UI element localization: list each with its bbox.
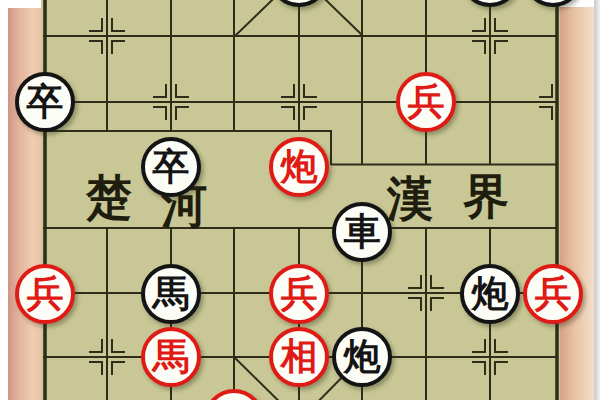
piece-black-f7[interactable]: 炮 xyxy=(332,327,392,387)
piece-glyph: 卒 xyxy=(27,83,64,120)
piece-red-e6[interactable]: 兵 xyxy=(269,264,329,324)
river-label-jie: 界 xyxy=(463,165,509,229)
piece-red-e7[interactable]: 相 xyxy=(269,327,329,387)
xiangqi-app-window: 楚 河 漢 界 卒兵卒炮車兵馬兵炮兵馬相炮 xyxy=(0,0,600,400)
piece-black-c4[interactable]: 卒 xyxy=(141,137,201,197)
piece-red-c7[interactable]: 馬 xyxy=(141,327,201,387)
piece-glyph: 兵 xyxy=(281,275,318,312)
piece-glyph: 兵 xyxy=(535,275,572,312)
river-label-chu: 楚 xyxy=(86,166,132,230)
piece-red-e4[interactable]: 炮 xyxy=(269,137,329,197)
piece-black-c6[interactable]: 馬 xyxy=(141,264,201,324)
piece-black-a3[interactable]: 卒 xyxy=(15,72,75,132)
river-label-han: 漢 xyxy=(387,167,433,231)
piece-glyph: 車 xyxy=(344,213,381,250)
piece-glyph: 兵 xyxy=(408,83,445,120)
piece-glyph: 炮 xyxy=(344,338,381,375)
piece-red-g3[interactable]: 兵 xyxy=(396,72,456,132)
piece-glyph: 馬 xyxy=(153,275,190,312)
piece-black-h6[interactable]: 炮 xyxy=(460,264,520,324)
piece-glyph: 兵 xyxy=(27,275,64,312)
piece-glyph: 馬 xyxy=(153,338,190,375)
piece-black-f5[interactable]: 車 xyxy=(332,202,392,262)
piece-glyph: 炮 xyxy=(281,148,318,185)
piece-red-a6[interactable]: 兵 xyxy=(15,264,75,324)
piece-glyph: 相 xyxy=(281,338,318,375)
piece-red-i6[interactable]: 兵 xyxy=(523,264,583,324)
piece-glyph: 卒 xyxy=(153,148,190,185)
piece-glyph: 炮 xyxy=(472,275,509,312)
